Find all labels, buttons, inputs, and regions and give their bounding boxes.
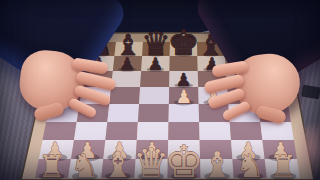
chess-piece: ♜ <box>38 149 65 180</box>
board-square <box>139 87 169 104</box>
right-hand <box>196 49 300 129</box>
video-frame: ♜♞♝♛♚♝♞♜♟♟♟♟♟♟♟♟♟♟♟♟♟♟♟♟♜♞♝♛♚♝♞♜ <box>0 0 320 180</box>
chess-piece: ♟ <box>148 54 163 74</box>
chess-piece: ♝ <box>201 144 233 180</box>
left-hand <box>20 47 124 127</box>
chess-piece: ♝ <box>102 144 134 180</box>
chess-piece: ♚ <box>164 136 204 180</box>
chess-piece: ♜ <box>270 149 297 180</box>
board-square <box>138 104 169 122</box>
chess-piece: ♟ <box>176 86 193 107</box>
chess-piece: ♞ <box>70 147 99 180</box>
chess-piece: ♞ <box>236 147 265 180</box>
blurred-foreground-object <box>296 126 320 180</box>
chess-piece: ♚ <box>168 22 200 63</box>
